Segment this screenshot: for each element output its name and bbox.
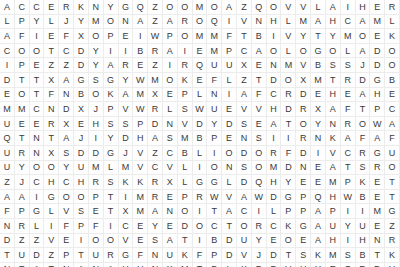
grid-cell[interactable]: T — [74, 248, 89, 263]
grid-cell[interactable]: I — [222, 88, 237, 103]
grid-cell[interactable]: N — [30, 131, 45, 146]
grid-cell[interactable]: O — [385, 44, 400, 59]
grid-cell[interactable]: I — [119, 44, 134, 59]
grid-cell[interactable]: Z — [15, 234, 30, 249]
grid-cell[interactable]: O — [89, 234, 104, 249]
grid-cell[interactable]: Z — [148, 15, 163, 30]
grid-cell[interactable]: N — [311, 131, 326, 146]
grid-cell[interactable]: O — [15, 44, 30, 59]
grid-cell[interactable]: U — [385, 263, 400, 267]
grid-cell[interactable]: U — [0, 117, 15, 132]
grid-cell[interactable]: A — [311, 204, 326, 219]
grid-cell[interactable]: O — [193, 219, 208, 234]
grid-cell[interactable]: A — [163, 44, 178, 59]
grid-cell[interactable]: D — [119, 131, 134, 146]
grid-cell[interactable]: Z — [44, 58, 59, 73]
grid-cell[interactable]: O — [207, 0, 222, 15]
grid-cell[interactable]: L — [385, 15, 400, 30]
grid-cell[interactable]: D — [267, 73, 282, 88]
grid-cell[interactable]: K — [356, 175, 371, 190]
grid-cell[interactable]: H — [326, 234, 341, 249]
grid-cell[interactable]: M — [296, 15, 311, 30]
grid-cell[interactable]: D — [370, 58, 385, 73]
grid-cell[interactable]: S — [89, 73, 104, 88]
grid-cell[interactable]: G — [207, 175, 222, 190]
grid-cell[interactable]: A — [341, 131, 356, 146]
grid-cell[interactable]: U — [326, 219, 341, 234]
grid-cell[interactable]: Q — [0, 131, 15, 146]
grid-cell[interactable]: R — [267, 146, 282, 161]
grid-cell[interactable]: J — [252, 248, 267, 263]
grid-cell[interactable]: V — [133, 161, 148, 176]
grid-cell[interactable]: Y — [341, 219, 356, 234]
grid-cell[interactable]: F — [193, 248, 208, 263]
grid-cell[interactable]: Z — [148, 146, 163, 161]
grid-cell[interactable]: R — [148, 102, 163, 117]
grid-cell[interactable]: C — [0, 44, 15, 59]
grid-cell[interactable]: R — [15, 146, 30, 161]
grid-cell[interactable]: K — [178, 248, 193, 263]
grid-cell[interactable]: A — [385, 117, 400, 132]
grid-cell[interactable]: L — [44, 204, 59, 219]
grid-cell[interactable]: D — [281, 102, 296, 117]
grid-cell[interactable]: A — [133, 15, 148, 30]
grid-cell[interactable]: J — [15, 175, 30, 190]
grid-cell[interactable]: W — [193, 102, 208, 117]
grid-cell[interactable]: H — [370, 88, 385, 103]
grid-cell[interactable]: U — [0, 146, 15, 161]
grid-cell[interactable]: N — [59, 263, 74, 267]
grid-cell[interactable]: E — [311, 161, 326, 176]
grid-cell[interactable]: Z — [148, 58, 163, 73]
grid-cell[interactable]: A — [222, 204, 237, 219]
grid-cell[interactable]: O — [207, 161, 222, 176]
grid-cell[interactable]: T — [370, 248, 385, 263]
grid-cell[interactable]: I — [0, 58, 15, 73]
grid-cell[interactable]: P — [15, 204, 30, 219]
grid-cell[interactable]: L — [222, 73, 237, 88]
grid-cell[interactable]: H — [89, 117, 104, 132]
grid-cell[interactable]: W — [252, 190, 267, 205]
grid-cell[interactable]: A — [237, 190, 252, 205]
grid-cell[interactable]: N — [148, 263, 163, 267]
grid-cell[interactable]: E — [119, 29, 134, 44]
grid-cell[interactable]: H — [326, 88, 341, 103]
grid-cell[interactable]: D — [281, 161, 296, 176]
grid-cell[interactable]: C — [341, 146, 356, 161]
grid-cell[interactable]: T — [222, 219, 237, 234]
grid-cell[interactable]: O — [385, 161, 400, 176]
grid-cell[interactable]: K — [326, 131, 341, 146]
grid-cell[interactable]: O — [252, 161, 267, 176]
grid-cell[interactable]: I — [252, 204, 267, 219]
grid-cell[interactable]: W — [133, 102, 148, 117]
grid-cell[interactable]: I — [193, 204, 208, 219]
grid-cell[interactable]: Y — [207, 117, 222, 132]
grid-cell[interactable]: G — [370, 73, 385, 88]
grid-cell[interactable]: E — [370, 0, 385, 15]
grid-cell[interactable]: E — [296, 234, 311, 249]
grid-cell[interactable]: T — [30, 73, 45, 88]
grid-cell[interactable]: D — [267, 190, 282, 205]
grid-cell[interactable]: A — [252, 44, 267, 59]
grid-cell[interactable]: G — [385, 204, 400, 219]
grid-cell[interactable]: Q — [193, 58, 208, 73]
grid-cell[interactable]: D — [222, 117, 237, 132]
grid-cell[interactable]: O — [30, 44, 45, 59]
grid-cell[interactable]: Z — [44, 248, 59, 263]
grid-cell[interactable]: K — [74, 0, 89, 15]
grid-cell[interactable]: J — [356, 58, 371, 73]
grid-cell[interactable]: E — [30, 117, 45, 132]
grid-cell[interactable]: V — [163, 161, 178, 176]
grid-cell[interactable]: K — [237, 263, 252, 267]
grid-cell[interactable]: R — [15, 219, 30, 234]
grid-cell[interactable]: M — [133, 190, 148, 205]
grid-cell[interactable]: B — [207, 234, 222, 249]
grid-cell[interactable]: Z — [30, 234, 45, 249]
grid-cell[interactable]: R — [148, 190, 163, 205]
grid-cell[interactable]: E — [370, 29, 385, 44]
grid-cell[interactable]: N — [89, 0, 104, 15]
grid-cell[interactable]: C — [207, 219, 222, 234]
grid-cell[interactable]: L — [193, 88, 208, 103]
grid-cell[interactable]: D — [74, 44, 89, 59]
grid-cell[interactable]: T — [0, 248, 15, 263]
grid-cell[interactable]: P — [222, 44, 237, 59]
grid-cell[interactable]: A — [0, 0, 15, 15]
grid-cell[interactable]: U — [222, 58, 237, 73]
grid-cell[interactable]: A — [74, 263, 89, 267]
grid-cell[interactable]: O — [326, 44, 341, 59]
grid-cell[interactable]: X — [237, 58, 252, 73]
grid-cell[interactable]: E — [252, 117, 267, 132]
grid-cell[interactable]: U — [207, 102, 222, 117]
grid-cell[interactable]: A — [356, 88, 371, 103]
grid-cell[interactable]: U — [0, 161, 15, 176]
grid-cell[interactable]: Y — [311, 117, 326, 132]
grid-cell[interactable]: W — [370, 117, 385, 132]
grid-cell[interactable]: S — [356, 161, 371, 176]
grid-cell[interactable]: C — [237, 44, 252, 59]
grid-cell[interactable]: L — [0, 15, 15, 30]
grid-cell[interactable]: C — [30, 175, 45, 190]
grid-cell[interactable]: M — [326, 248, 341, 263]
grid-cell[interactable]: K — [178, 73, 193, 88]
grid-cell[interactable]: A — [59, 73, 74, 88]
grid-cell[interactable]: L — [178, 175, 193, 190]
grid-cell[interactable]: M — [370, 204, 385, 219]
grid-cell[interactable]: E — [15, 263, 30, 267]
grid-cell[interactable]: R — [59, 0, 74, 15]
grid-cell[interactable]: J — [119, 146, 134, 161]
grid-cell[interactable]: U — [74, 161, 89, 176]
grid-cell[interactable]: N — [0, 263, 15, 267]
grid-cell[interactable]: L — [311, 0, 326, 15]
grid-cell[interactable]: T — [385, 190, 400, 205]
grid-cell[interactable]: P — [89, 190, 104, 205]
grid-cell[interactable]: I — [222, 15, 237, 30]
grid-cell[interactable]: X — [74, 29, 89, 44]
grid-cell[interactable]: G — [119, 248, 134, 263]
grid-cell[interactable]: D — [74, 58, 89, 73]
grid-cell[interactable]: R — [193, 190, 208, 205]
grid-cell[interactable]: D — [267, 248, 282, 263]
grid-cell[interactable]: D — [296, 146, 311, 161]
grid-cell[interactable]: D — [296, 88, 311, 103]
grid-cell[interactable]: C — [148, 161, 163, 176]
grid-cell[interactable]: M — [207, 29, 222, 44]
grid-cell[interactable]: A — [326, 161, 341, 176]
grid-cell[interactable]: W — [207, 190, 222, 205]
grid-cell[interactable]: L — [222, 263, 237, 267]
grid-cell[interactable]: T — [326, 73, 341, 88]
grid-cell[interactable]: I — [163, 58, 178, 73]
grid-cell[interactable]: I — [133, 29, 148, 44]
grid-cell[interactable]: S — [104, 175, 119, 190]
grid-cell[interactable]: B — [252, 29, 267, 44]
grid-cell[interactable]: K — [385, 248, 400, 263]
grid-cell[interactable]: O — [296, 44, 311, 59]
grid-cell[interactable]: S — [237, 117, 252, 132]
grid-cell[interactable]: G — [74, 73, 89, 88]
grid-cell[interactable]: P — [296, 190, 311, 205]
grid-cell[interactable]: S — [74, 204, 89, 219]
grid-cell[interactable]: C — [30, 102, 45, 117]
grid-cell[interactable]: C — [59, 175, 74, 190]
grid-cell[interactable]: P — [341, 175, 356, 190]
grid-cell[interactable]: E — [296, 175, 311, 190]
grid-cell[interactable]: D — [30, 248, 45, 263]
grid-cell[interactable]: M — [0, 102, 15, 117]
grid-cell[interactable]: V — [281, 263, 296, 267]
grid-cell[interactable]: I — [30, 29, 45, 44]
grid-cell[interactable]: A — [148, 204, 163, 219]
grid-cell[interactable]: O — [104, 234, 119, 249]
grid-cell[interactable]: Y — [119, 73, 134, 88]
grid-cell[interactable]: E — [193, 44, 208, 59]
grid-cell[interactable]: D — [222, 248, 237, 263]
grid-cell[interactable]: V — [237, 248, 252, 263]
grid-cell[interactable]: O — [193, 15, 208, 30]
grid-cell[interactable]: E — [267, 234, 282, 249]
grid-cell[interactable]: L — [222, 175, 237, 190]
grid-cell[interactable]: F — [385, 131, 400, 146]
grid-cell[interactable]: O — [178, 0, 193, 15]
grid-cell[interactable]: I — [193, 234, 208, 249]
grid-cell[interactable]: E — [0, 88, 15, 103]
grid-cell[interactable]: D — [370, 44, 385, 59]
grid-cell[interactable]: M — [193, 0, 208, 15]
grid-cell[interactable]: M — [341, 29, 356, 44]
grid-cell[interactable]: A — [30, 263, 45, 267]
grid-cell[interactable]: L — [178, 161, 193, 176]
grid-cell[interactable]: X — [296, 73, 311, 88]
grid-cell[interactable]: E — [341, 88, 356, 103]
grid-cell[interactable]: O — [178, 29, 193, 44]
grid-cell[interactable]: C — [385, 102, 400, 117]
grid-cell[interactable]: E — [30, 58, 45, 73]
grid-cell[interactable]: N — [119, 15, 134, 30]
grid-cell[interactable]: R — [44, 117, 59, 132]
grid-cell[interactable]: H — [44, 175, 59, 190]
grid-cell[interactable]: S — [296, 248, 311, 263]
grid-cell[interactable]: J — [59, 15, 74, 30]
grid-cell[interactable]: O — [281, 73, 296, 88]
grid-cell[interactable]: R — [104, 248, 119, 263]
grid-cell[interactable]: M — [89, 161, 104, 176]
grid-cell[interactable]: C — [163, 146, 178, 161]
grid-cell[interactable]: M — [207, 44, 222, 59]
grid-cell[interactable]: G — [119, 0, 134, 15]
grid-cell[interactable]: F — [15, 29, 30, 44]
grid-cell[interactable]: F — [356, 131, 371, 146]
grid-cell[interactable]: Q — [252, 175, 267, 190]
grid-cell[interactable]: T — [15, 131, 30, 146]
grid-cell[interactable]: A — [0, 190, 15, 205]
grid-cell[interactable]: K — [104, 88, 119, 103]
grid-cell[interactable]: F — [44, 88, 59, 103]
grid-cell[interactable]: T — [104, 190, 119, 205]
grid-cell[interactable]: A — [326, 0, 341, 15]
grid-cell[interactable]: Y — [59, 161, 74, 176]
grid-cell[interactable]: N — [89, 263, 104, 267]
grid-cell[interactable]: A — [104, 263, 119, 267]
grid-cell[interactable]: Z — [237, 0, 252, 15]
grid-cell[interactable]: S — [237, 161, 252, 176]
grid-cell[interactable]: G — [193, 175, 208, 190]
grid-cell[interactable]: L — [281, 44, 296, 59]
grid-cell[interactable]: P — [104, 29, 119, 44]
grid-cell[interactable]: A — [356, 15, 371, 30]
grid-cell[interactable]: F — [133, 248, 148, 263]
grid-cell[interactable]: S — [326, 58, 341, 73]
grid-cell[interactable]: H — [74, 175, 89, 190]
grid-cell[interactable]: R — [356, 146, 371, 161]
grid-cell[interactable]: C — [267, 88, 282, 103]
grid-cell[interactable]: G — [296, 219, 311, 234]
grid-cell[interactable]: B — [311, 58, 326, 73]
grid-cell[interactable]: A — [311, 219, 326, 234]
grid-cell[interactable]: J — [74, 131, 89, 146]
grid-cell[interactable]: M — [133, 88, 148, 103]
grid-cell[interactable]: R — [178, 58, 193, 73]
grid-cell[interactable]: E — [311, 88, 326, 103]
grid-cell[interactable]: H — [356, 234, 371, 249]
grid-cell[interactable]: U — [133, 263, 148, 267]
grid-cell[interactable]: A — [163, 234, 178, 249]
grid-cell[interactable]: A — [311, 15, 326, 30]
grid-cell[interactable]: M — [311, 73, 326, 88]
grid-cell[interactable]: S — [163, 131, 178, 146]
grid-cell[interactable]: I — [207, 146, 222, 161]
grid-cell[interactable]: H — [119, 263, 134, 267]
grid-cell[interactable]: T — [385, 175, 400, 190]
grid-cell[interactable]: A — [326, 102, 341, 117]
grid-cell[interactable]: B — [207, 263, 222, 267]
grid-cell[interactable]: H — [326, 15, 341, 30]
grid-cell[interactable]: T — [193, 263, 208, 267]
grid-cell[interactable]: I — [356, 204, 371, 219]
grid-cell[interactable]: X — [74, 102, 89, 117]
grid-cell[interactable]: Z — [237, 73, 252, 88]
grid-cell[interactable]: L — [341, 44, 356, 59]
grid-cell[interactable]: G — [370, 146, 385, 161]
grid-cell[interactable]: A — [0, 29, 15, 44]
grid-cell[interactable]: E — [89, 204, 104, 219]
grid-cell[interactable]: X — [148, 88, 163, 103]
grid-cell[interactable]: E — [44, 29, 59, 44]
grid-cell[interactable]: A — [267, 117, 282, 132]
grid-cell[interactable]: P — [74, 219, 89, 234]
grid-cell[interactable]: O — [281, 234, 296, 249]
grid-cell[interactable]: E — [133, 219, 148, 234]
grid-cell[interactable]: L — [281, 15, 296, 30]
grid-cell[interactable]: D — [237, 146, 252, 161]
grid-cell[interactable]: K — [281, 219, 296, 234]
grid-cell[interactable]: T — [311, 29, 326, 44]
grid-cell[interactable]: V — [326, 146, 341, 161]
grid-cell[interactable]: T — [207, 204, 222, 219]
grid-cell[interactable]: X — [119, 204, 134, 219]
grid-cell[interactable]: A — [104, 58, 119, 73]
grid-cell[interactable]: S — [341, 248, 356, 263]
grid-cell[interactable]: S — [148, 234, 163, 249]
grid-cell[interactable]: I — [281, 131, 296, 146]
grid-cell[interactable]: O — [89, 29, 104, 44]
grid-cell[interactable]: O — [385, 58, 400, 73]
grid-cell[interactable]: N — [222, 161, 237, 176]
grid-cell[interactable]: Z — [0, 175, 15, 190]
grid-cell[interactable]: C — [267, 219, 282, 234]
grid-cell[interactable]: O — [267, 44, 282, 59]
grid-cell[interactable]: D — [193, 117, 208, 132]
grid-cell[interactable]: Q — [207, 15, 222, 30]
grid-cell[interactable]: X — [44, 146, 59, 161]
grid-cell[interactable]: F — [0, 204, 15, 219]
grid-cell[interactable]: Y — [89, 58, 104, 73]
grid-cell[interactable]: I — [119, 190, 134, 205]
grid-cell[interactable]: B — [178, 146, 193, 161]
grid-cell[interactable]: Y — [89, 44, 104, 59]
grid-cell[interactable]: N — [44, 102, 59, 117]
grid-cell[interactable]: E — [370, 190, 385, 205]
grid-cell[interactable]: K — [311, 248, 326, 263]
grid-cell[interactable]: O — [178, 204, 193, 219]
grid-cell[interactable]: Y — [148, 219, 163, 234]
grid-cell[interactable]: A — [163, 15, 178, 30]
grid-cell[interactable]: Y — [311, 263, 326, 267]
grid-cell[interactable]: D — [74, 146, 89, 161]
grid-cell[interactable]: N — [237, 131, 252, 146]
grid-cell[interactable]: R — [296, 102, 311, 117]
grid-cell[interactable]: L — [193, 146, 208, 161]
grid-cell[interactable]: V — [119, 234, 134, 249]
grid-cell[interactable]: T — [44, 44, 59, 59]
grid-cell[interactable]: A — [370, 131, 385, 146]
grid-cell[interactable]: F — [207, 73, 222, 88]
grid-cell[interactable]: O — [89, 88, 104, 103]
grid-cell[interactable]: A — [119, 88, 134, 103]
grid-cell[interactable]: Y — [30, 15, 45, 30]
grid-cell[interactable]: O — [356, 117, 371, 132]
grid-cell[interactable]: I — [341, 204, 356, 219]
grid-cell[interactable]: E — [44, 0, 59, 15]
grid-cell[interactable]: L — [44, 15, 59, 30]
grid-cell[interactable]: V — [133, 146, 148, 161]
grid-cell[interactable]: B — [133, 44, 148, 59]
grid-cell[interactable]: L — [30, 219, 45, 234]
